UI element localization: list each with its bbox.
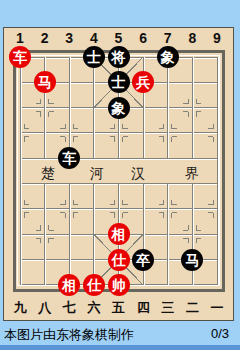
piece-black-advisor[interactable]: 士: [83, 46, 105, 68]
bottom-coordinate-label: 三: [158, 300, 178, 316]
piece-black-general[interactable]: 将: [108, 46, 130, 68]
piece-red-horse[interactable]: 马: [34, 71, 56, 93]
app-window: 123456789 楚河汉界 车士将象马士兵象车相仕卒马相仕帅 九八七六五四三二…: [0, 0, 240, 350]
river-char: 河: [88, 165, 106, 181]
piece-red-advisor[interactable]: 仕: [83, 274, 105, 296]
bottom-coordinate-label: 九: [10, 300, 30, 316]
piece-red-chariot[interactable]: 车: [9, 46, 31, 68]
piece-red-general[interactable]: 帅: [108, 274, 130, 296]
piece-red-elephant[interactable]: 相: [108, 223, 130, 245]
piece-black-horse[interactable]: 马: [181, 249, 203, 271]
piece-black-elephant[interactable]: 象: [157, 46, 179, 68]
credit-text: 本图片由东将象棋制作: [4, 326, 134, 344]
move-counter: 0/3: [211, 326, 229, 341]
piece-black-soldier[interactable]: 卒: [132, 249, 154, 271]
bottom-coordinate-label: 一: [207, 300, 227, 316]
status-bar: 本图片由东将象棋制作 0/3: [0, 324, 240, 344]
piece-black-advisor[interactable]: 士: [108, 71, 130, 93]
bottom-edge-strip: [0, 345, 240, 350]
river-char: 汉: [129, 165, 147, 181]
piece-black-elephant[interactable]: 象: [108, 97, 130, 119]
river-char: 界: [183, 165, 201, 181]
bottom-coordinate-label: 七: [59, 300, 79, 316]
bottom-coordinate-label: 二: [182, 300, 202, 316]
river-char: 楚: [39, 165, 57, 181]
bottom-coordinate-label: 四: [133, 300, 153, 316]
bottom-coordinate-label: 五: [109, 300, 129, 316]
bottom-coordinate-label: 六: [84, 300, 104, 316]
piece-red-advisor[interactable]: 仕: [108, 249, 130, 271]
bottom-coordinate-label: 八: [35, 300, 55, 316]
